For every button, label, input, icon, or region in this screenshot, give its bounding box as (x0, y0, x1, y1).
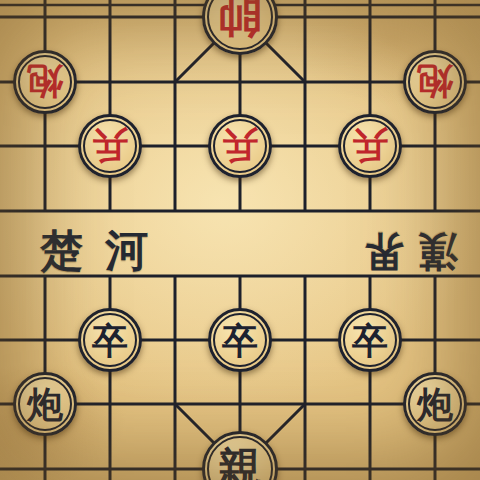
piece-black-soldier[interactable]: 卒 (78, 308, 142, 372)
piece-red-soldier[interactable]: 兵 (208, 114, 272, 178)
piece-glyph: 兵 (92, 128, 128, 164)
piece-red-soldier[interactable]: 兵 (78, 114, 142, 178)
river-label-chu-he: 楚河 (40, 222, 170, 280)
piece-glyph: 炮 (417, 64, 453, 100)
piece-red-cannon[interactable]: 炮 (403, 50, 467, 114)
piece-red-soldier[interactable]: 兵 (338, 114, 402, 178)
xiangqi-board: 楚河 漢界 帥炮炮兵兵兵卒卒卒炮炮親 (0, 0, 480, 480)
piece-glyph: 卒 (222, 322, 258, 358)
piece-black-cannon[interactable]: 炮 (403, 372, 467, 436)
piece-glyph: 炮 (27, 386, 63, 422)
piece-glyph: 兵 (222, 128, 258, 164)
piece-glyph: 炮 (27, 64, 63, 100)
piece-glyph: 親 (218, 447, 262, 480)
piece-glyph: 卒 (92, 322, 128, 358)
piece-black-soldier[interactable]: 卒 (338, 308, 402, 372)
piece-red-cannon[interactable]: 炮 (13, 50, 77, 114)
piece-glyph: 兵 (352, 128, 388, 164)
piece-glyph: 炮 (417, 386, 453, 422)
river-label-han-jie: 漢界 (362, 224, 458, 279)
piece-glyph: 帥 (218, 0, 262, 39)
piece-glyph: 卒 (352, 322, 388, 358)
piece-black-soldier[interactable]: 卒 (208, 308, 272, 372)
piece-black-cannon[interactable]: 炮 (13, 372, 77, 436)
